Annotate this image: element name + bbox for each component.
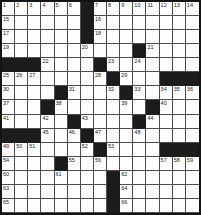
clue-number: 1 bbox=[3, 2, 6, 9]
grid-cell-r10c12[interactable] bbox=[146, 129, 159, 143]
grid-cell-r4c3[interactable] bbox=[28, 44, 41, 58]
grid-cell-r12c11[interactable] bbox=[133, 157, 146, 171]
black-square bbox=[28, 129, 41, 143]
clue-number: 15 bbox=[3, 16, 9, 23]
grid-cell-r15c3[interactable] bbox=[28, 199, 41, 213]
grid-cell-r11c3[interactable]: 51 bbox=[28, 143, 41, 157]
grid-cell-r6c3[interactable]: 27 bbox=[28, 72, 41, 86]
grid-cell-r10c5[interactable] bbox=[55, 129, 68, 143]
clue-number: 28 bbox=[95, 72, 101, 79]
clue-number: 37 bbox=[3, 100, 9, 107]
grid-cell-r14c3[interactable] bbox=[28, 185, 41, 199]
grid-cell-r1c8[interactable]: 7 bbox=[94, 2, 107, 16]
grid-cell-r3c13[interactable] bbox=[160, 30, 173, 44]
black-square bbox=[160, 143, 173, 157]
grid-cell-r6c6[interactable] bbox=[68, 72, 81, 86]
black-square bbox=[107, 199, 120, 213]
grid-cell-r9c13[interactable] bbox=[160, 115, 173, 129]
grid-cell-r3c5[interactable] bbox=[55, 30, 68, 44]
grid-cell-r9c9[interactable] bbox=[107, 115, 120, 129]
grid-cell-r2c10[interactable] bbox=[120, 16, 133, 30]
clue-number: 48 bbox=[134, 129, 140, 136]
grid-cell-r2c15[interactable] bbox=[186, 16, 199, 30]
black-square bbox=[173, 72, 186, 86]
clue-number: 7 bbox=[95, 2, 98, 9]
grid-cell-r7c7[interactable] bbox=[81, 86, 94, 100]
clue-number: 32 bbox=[108, 86, 114, 93]
grid-cell-r7c8[interactable] bbox=[94, 86, 107, 100]
clue-number: 18 bbox=[95, 30, 101, 37]
clue-number: 46 bbox=[69, 129, 75, 136]
grid-cell-r3c14[interactable] bbox=[173, 30, 186, 44]
grid-cell-r11c5[interactable] bbox=[55, 143, 68, 157]
grid-cell-r4c7[interactable]: 20 bbox=[81, 44, 94, 58]
grid-cell-r3c11[interactable] bbox=[133, 30, 146, 44]
grid-cell-r4c12[interactable]: 21 bbox=[146, 44, 159, 58]
grid-cell-r4c14[interactable] bbox=[173, 44, 186, 58]
clue-number: 64 bbox=[121, 185, 127, 192]
clue-number: 50 bbox=[16, 143, 22, 150]
clue-number: 30 bbox=[3, 86, 9, 93]
grid-cell-r10c11[interactable]: 48 bbox=[133, 129, 146, 143]
black-square bbox=[2, 129, 15, 143]
grid-cell-r7c4[interactable] bbox=[41, 86, 54, 100]
grid-cell-r7c2[interactable] bbox=[15, 86, 28, 100]
grid-cell-r8c14[interactable] bbox=[173, 100, 186, 114]
clue-number: 21 bbox=[147, 44, 153, 51]
black-square bbox=[94, 58, 107, 72]
grid-cell-r12c7[interactable] bbox=[81, 157, 94, 171]
grid-cell-r10c15[interactable] bbox=[186, 129, 199, 143]
grid-cell-r7c13[interactable]: 34 bbox=[160, 86, 173, 100]
clue-number: 9 bbox=[121, 2, 124, 9]
grid-cell-r1c9[interactable]: 8 bbox=[107, 2, 120, 16]
grid-cell-r3c8[interactable]: 18 bbox=[94, 30, 107, 44]
grid-cell-r9c5[interactable] bbox=[55, 115, 68, 129]
grid-cell-r12c3[interactable] bbox=[28, 157, 41, 171]
grid-cell-r12c8[interactable]: 56 bbox=[94, 157, 107, 171]
grid-cell-r1c11[interactable]: 10 bbox=[133, 2, 146, 16]
crossword-puzzle: 1234567891011121314151617181920212223242… bbox=[0, 0, 201, 215]
clue-number: 59 bbox=[187, 157, 193, 164]
clue-number: 56 bbox=[95, 157, 101, 164]
clue-number: 44 bbox=[147, 115, 153, 122]
clue-number: 12 bbox=[161, 2, 167, 9]
grid-cell-r4c10[interactable] bbox=[120, 44, 133, 58]
grid-cell-r4c13[interactable] bbox=[160, 44, 173, 58]
grid-cell-r15c5[interactable] bbox=[55, 199, 68, 213]
grid-cell-r6c12[interactable] bbox=[146, 72, 159, 86]
grid-cell-r1c10[interactable]: 9 bbox=[120, 2, 133, 16]
grid-cell-r9c2[interactable] bbox=[15, 115, 28, 129]
clue-number: 14 bbox=[187, 2, 193, 9]
clue-number: 60 bbox=[3, 171, 9, 178]
clue-number: 11 bbox=[147, 2, 153, 9]
grid-cell-r10c9[interactable] bbox=[107, 129, 120, 143]
grid-cell-r11c10[interactable] bbox=[120, 143, 133, 157]
grid-cell-r2c4[interactable] bbox=[41, 16, 54, 30]
grid-cell-r13c1[interactable]: 60 bbox=[2, 171, 15, 185]
grid-cell-r3c15[interactable] bbox=[186, 30, 199, 44]
grid-cell-r2c6[interactable] bbox=[68, 16, 81, 30]
grid-cell-r6c1[interactable]: 25 bbox=[2, 72, 15, 86]
grid-cell-r11c2[interactable]: 50 bbox=[15, 143, 28, 157]
clue-number: 38 bbox=[56, 100, 62, 107]
grid-cell-r11c6[interactable] bbox=[68, 143, 81, 157]
black-square bbox=[186, 72, 199, 86]
grid-cell-r3c12[interactable] bbox=[146, 30, 159, 44]
grid-cell-r6c7[interactable] bbox=[81, 72, 94, 86]
grid-cell-r14c11[interactable] bbox=[133, 185, 146, 199]
grid-cell-r7c3[interactable] bbox=[28, 86, 41, 100]
grid-cell-r5c15[interactable] bbox=[186, 58, 199, 72]
clue-number: 40 bbox=[161, 100, 167, 107]
clue-number: 35 bbox=[174, 86, 180, 93]
grid-cell-r11c7[interactable]: 52 bbox=[81, 143, 94, 157]
grid-cell-r4c2[interactable] bbox=[15, 44, 28, 58]
grid-cell-r2c5[interactable] bbox=[55, 16, 68, 30]
black-square bbox=[133, 115, 146, 129]
grid-cell-r13c2[interactable] bbox=[15, 171, 28, 185]
black-square bbox=[81, 30, 94, 44]
grid-cell-r8c9[interactable] bbox=[107, 100, 120, 114]
black-square bbox=[133, 44, 146, 58]
clue-number: 31 bbox=[69, 86, 75, 93]
clue-number: 34 bbox=[161, 86, 167, 93]
grid-cell-r8c8[interactable] bbox=[94, 100, 107, 114]
grid-cell-r13c14[interactable] bbox=[173, 171, 186, 185]
grid-cell-r3c6[interactable] bbox=[68, 30, 81, 44]
grid-cell-r11c9[interactable]: 53 bbox=[107, 143, 120, 157]
grid-cell-r11c1[interactable]: 49 bbox=[2, 143, 15, 157]
grid-cell-r11c12[interactable] bbox=[146, 143, 159, 157]
grid-cell-r15c6[interactable] bbox=[68, 199, 81, 213]
grid-cell-r6c8[interactable]: 28 bbox=[94, 72, 107, 86]
clue-number: 16 bbox=[95, 16, 101, 23]
grid-cell-r15c8[interactable] bbox=[94, 199, 107, 213]
grid-cell-r6c4[interactable] bbox=[41, 72, 54, 86]
grid-cell-r14c4[interactable] bbox=[41, 185, 54, 199]
grid-cell-r13c11[interactable] bbox=[133, 171, 146, 185]
clue-number: 54 bbox=[3, 157, 9, 164]
grid-cell-r14c7[interactable] bbox=[81, 185, 94, 199]
grid-cell-r15c10[interactable]: 66 bbox=[120, 199, 133, 213]
grid-cell-r5c12[interactable] bbox=[146, 58, 159, 72]
black-square bbox=[2, 58, 15, 72]
clue-number: 65 bbox=[3, 199, 9, 206]
grid-cell-r1c15[interactable]: 14 bbox=[186, 2, 199, 16]
grid-cell-r8c1[interactable]: 37 bbox=[2, 100, 15, 114]
grid-cell-r13c4[interactable] bbox=[41, 171, 54, 185]
grid-cell-r12c4[interactable] bbox=[41, 157, 54, 171]
grid-cell-r1c4[interactable]: 4 bbox=[41, 2, 54, 16]
grid-cell-r2c11[interactable] bbox=[133, 16, 146, 30]
grid-cell-r10c6[interactable]: 46 bbox=[68, 129, 81, 143]
crossword-grid: 1234567891011121314151617181920212223242… bbox=[0, 0, 201, 215]
grid-cell-r15c13[interactable] bbox=[160, 199, 173, 213]
grid-cell-r12c9[interactable] bbox=[107, 157, 120, 171]
grid-cell-r2c8[interactable]: 16 bbox=[94, 16, 107, 30]
grid-cell-r15c11[interactable] bbox=[133, 199, 146, 213]
black-square bbox=[55, 86, 68, 100]
grid-cell-r9c12[interactable]: 44 bbox=[146, 115, 159, 129]
grid-cell-r2c13[interactable] bbox=[160, 16, 173, 30]
grid-cell-r14c8[interactable] bbox=[94, 185, 107, 199]
grid-cell-r12c2[interactable] bbox=[15, 157, 28, 171]
grid-cell-r5c14[interactable] bbox=[173, 58, 186, 72]
grid-cell-r3c10[interactable] bbox=[120, 30, 133, 44]
grid-cell-r13c7[interactable] bbox=[81, 171, 94, 185]
clue-number: 20 bbox=[82, 44, 88, 51]
grid-cell-r15c1[interactable]: 65 bbox=[2, 199, 15, 213]
clue-number: 55 bbox=[69, 157, 75, 164]
clue-number: 43 bbox=[82, 115, 88, 122]
grid-cell-r9c14[interactable] bbox=[173, 115, 186, 129]
grid-cell-r8c13[interactable]: 40 bbox=[160, 100, 173, 114]
clue-number: 10 bbox=[134, 2, 140, 9]
grid-cell-r1c12[interactable]: 11 bbox=[146, 2, 159, 16]
grid-cell-r2c12[interactable] bbox=[146, 16, 159, 30]
grid-cell-r1c14[interactable]: 13 bbox=[173, 2, 186, 16]
black-square bbox=[120, 86, 133, 100]
grid-cell-r8c10[interactable]: 39 bbox=[120, 100, 133, 114]
grid-cell-r2c3[interactable] bbox=[28, 16, 41, 30]
grid-cell-r3c9[interactable] bbox=[107, 30, 120, 44]
clue-number: 49 bbox=[3, 143, 9, 150]
grid-cell-r1c6[interactable]: 6 bbox=[68, 2, 81, 16]
grid-cell-r2c14[interactable] bbox=[173, 16, 186, 30]
grid-cell-r8c3[interactable] bbox=[28, 100, 41, 114]
grid-cell-r8c5[interactable]: 38 bbox=[55, 100, 68, 114]
grid-cell-r9c10[interactable] bbox=[120, 115, 133, 129]
grid-cell-r14c15[interactable] bbox=[186, 185, 199, 199]
grid-cell-r5c7[interactable] bbox=[81, 58, 94, 72]
grid-cell-r14c2[interactable] bbox=[15, 185, 28, 199]
grid-cell-r3c1[interactable]: 17 bbox=[2, 30, 15, 44]
clue-number: 2 bbox=[16, 2, 19, 9]
clue-number: 62 bbox=[121, 171, 127, 178]
grid-cell-r8c2[interactable] bbox=[15, 100, 28, 114]
grid-cell-r3c4[interactable] bbox=[41, 30, 54, 44]
grid-cell-r2c2[interactable] bbox=[15, 16, 28, 30]
grid-cell-r6c2[interactable]: 26 bbox=[15, 72, 28, 86]
grid-cell-r13c10[interactable]: 62 bbox=[120, 171, 133, 185]
grid-cell-r1c13[interactable]: 12 bbox=[160, 2, 173, 16]
clue-number: 6 bbox=[69, 2, 72, 9]
grid-cell-r12c12[interactable] bbox=[146, 157, 159, 171]
clue-number: 58 bbox=[174, 157, 180, 164]
grid-cell-r9c4[interactable]: 42 bbox=[41, 115, 54, 129]
grid-cell-r9c3[interactable] bbox=[28, 115, 41, 129]
clue-number: 47 bbox=[95, 129, 101, 136]
black-square bbox=[173, 143, 186, 157]
clue-number: 17 bbox=[3, 30, 9, 37]
grid-cell-r4c6[interactable] bbox=[68, 44, 81, 58]
grid-cell-r13c3[interactable] bbox=[28, 171, 41, 185]
black-square bbox=[81, 2, 94, 16]
grid-cell-r15c4[interactable] bbox=[41, 199, 54, 213]
grid-cell-r13c15[interactable] bbox=[186, 171, 199, 185]
clue-number: 42 bbox=[42, 115, 48, 122]
grid-cell-r7c14[interactable]: 35 bbox=[173, 86, 186, 100]
grid-cell-r10c13[interactable] bbox=[160, 129, 173, 143]
clue-number: 3 bbox=[29, 2, 32, 9]
clue-number: 27 bbox=[29, 72, 35, 79]
grid-cell-r9c15[interactable] bbox=[186, 115, 199, 129]
black-square bbox=[81, 16, 94, 30]
grid-cell-r5c10[interactable] bbox=[120, 58, 133, 72]
clue-number: 26 bbox=[16, 72, 22, 79]
grid-cell-r7c6[interactable]: 31 bbox=[68, 86, 81, 100]
grid-cell-r14c14[interactable] bbox=[173, 185, 186, 199]
clue-number: 23 bbox=[108, 58, 114, 65]
grid-cell-r5c13[interactable] bbox=[160, 58, 173, 72]
clue-number: 8 bbox=[108, 2, 111, 9]
clue-number: 13 bbox=[174, 2, 180, 9]
black-square bbox=[146, 100, 159, 114]
grid-cell-r4c1[interactable]: 19 bbox=[2, 44, 15, 58]
black-square bbox=[15, 58, 28, 72]
grid-cell-r8c6[interactable] bbox=[68, 100, 81, 114]
clue-number: 45 bbox=[42, 129, 48, 136]
grid-cell-r8c15[interactable] bbox=[186, 100, 199, 114]
grid-cell-r15c12[interactable] bbox=[146, 199, 159, 213]
grid-cell-r15c14[interactable] bbox=[173, 199, 186, 213]
grid-cell-r8c11[interactable] bbox=[133, 100, 146, 114]
clue-number: 29 bbox=[121, 72, 127, 79]
grid-cell-r12c13[interactable]: 57 bbox=[160, 157, 173, 171]
grid-cell-r14c6[interactable] bbox=[68, 185, 81, 199]
grid-cell-r7c9[interactable]: 32 bbox=[107, 86, 120, 100]
clue-number: 41 bbox=[3, 115, 9, 122]
clue-number: 33 bbox=[134, 86, 140, 93]
clue-number: 19 bbox=[3, 44, 9, 51]
clue-number: 39 bbox=[121, 100, 127, 107]
grid-cell-r11c4[interactable] bbox=[41, 143, 54, 157]
clue-number: 63 bbox=[3, 185, 9, 192]
grid-cell-r13c6[interactable] bbox=[68, 171, 81, 185]
grid-cell-r9c8[interactable] bbox=[94, 115, 107, 129]
grid-cell-r1c2[interactable]: 2 bbox=[15, 2, 28, 16]
grid-cell-r13c8[interactable] bbox=[94, 171, 107, 185]
grid-cell-r4c4[interactable] bbox=[41, 44, 54, 58]
grid-cell-r7c15[interactable]: 36 bbox=[186, 86, 199, 100]
grid-cell-r7c1[interactable]: 30 bbox=[2, 86, 15, 100]
grid-cell-r12c6[interactable]: 55 bbox=[68, 157, 81, 171]
grid-cell-r5c6[interactable] bbox=[68, 58, 81, 72]
grid-cell-r10c14[interactable] bbox=[173, 129, 186, 143]
grid-cell-r10c4[interactable]: 45 bbox=[41, 129, 54, 143]
grid-cell-r5c5[interactable] bbox=[55, 58, 68, 72]
black-square bbox=[160, 72, 173, 86]
black-square bbox=[68, 115, 81, 129]
clue-number: 36 bbox=[187, 86, 193, 93]
clue-number: 22 bbox=[42, 58, 48, 65]
grid-cell-r12c10[interactable] bbox=[120, 157, 133, 171]
grid-cell-r4c9[interactable] bbox=[107, 44, 120, 58]
grid-cell-r14c13[interactable] bbox=[160, 185, 173, 199]
grid-cell-r12c14[interactable]: 58 bbox=[173, 157, 186, 171]
grid-cell-r13c12[interactable] bbox=[146, 171, 159, 185]
grid-cell-r7c12[interactable] bbox=[146, 86, 159, 100]
grid-cell-r15c2[interactable] bbox=[15, 199, 28, 213]
grid-cell-r8c7[interactable] bbox=[81, 100, 94, 114]
grid-cell-r1c5[interactable]: 5 bbox=[55, 2, 68, 16]
grid-cell-r14c1[interactable]: 63 bbox=[2, 185, 15, 199]
grid-cell-r2c9[interactable] bbox=[107, 16, 120, 30]
clue-number: 5 bbox=[56, 2, 59, 9]
grid-cell-r14c12[interactable] bbox=[146, 185, 159, 199]
grid-cell-r6c10[interactable]: 29 bbox=[120, 72, 133, 86]
grid-cell-r1c1[interactable]: 1 bbox=[2, 2, 15, 16]
grid-cell-r4c15[interactable] bbox=[186, 44, 199, 58]
grid-cell-r15c15[interactable] bbox=[186, 199, 199, 213]
grid-cell-r3c3[interactable] bbox=[28, 30, 41, 44]
black-square bbox=[107, 185, 120, 199]
black-square bbox=[41, 100, 54, 114]
clue-number: 4 bbox=[42, 2, 45, 9]
grid-cell-r2c1[interactable]: 15 bbox=[2, 16, 15, 30]
grid-cell-r11c11[interactable] bbox=[133, 143, 146, 157]
grid-cell-r13c13[interactable] bbox=[160, 171, 173, 185]
grid-cell-r3c2[interactable] bbox=[15, 30, 28, 44]
grid-cell-r14c5[interactable] bbox=[55, 185, 68, 199]
grid-cell-r15c7[interactable] bbox=[81, 199, 94, 213]
clue-number: 51 bbox=[29, 143, 35, 150]
clue-number: 52 bbox=[82, 143, 88, 150]
grid-cell-r4c8[interactable] bbox=[94, 44, 107, 58]
grid-cell-r6c11[interactable] bbox=[133, 72, 146, 86]
clue-number: 66 bbox=[121, 199, 127, 206]
black-square bbox=[15, 129, 28, 143]
grid-cell-r7c11[interactable]: 33 bbox=[133, 86, 146, 100]
grid-cell-r5c9[interactable]: 23 bbox=[107, 58, 120, 72]
black-square bbox=[94, 143, 107, 157]
clue-number: 57 bbox=[161, 157, 167, 164]
grid-cell-r9c7[interactable]: 43 bbox=[81, 115, 94, 129]
grid-cell-r9c1[interactable]: 41 bbox=[2, 115, 15, 129]
grid-cell-r4c5[interactable] bbox=[55, 44, 68, 58]
clue-number: 25 bbox=[3, 72, 9, 79]
grid-cell-r12c15[interactable]: 59 bbox=[186, 157, 199, 171]
black-square bbox=[107, 72, 120, 86]
grid-cell-r13c5[interactable]: 61 bbox=[55, 171, 68, 185]
black-square bbox=[186, 143, 199, 157]
grid-cell-r6c5[interactable] bbox=[55, 72, 68, 86]
clue-number: 24 bbox=[134, 58, 140, 65]
black-square bbox=[55, 157, 68, 171]
black-square bbox=[107, 171, 120, 185]
black-square bbox=[28, 58, 41, 72]
grid-cell-r5c4[interactable]: 22 bbox=[41, 58, 54, 72]
grid-cell-r14c10[interactable]: 64 bbox=[120, 185, 133, 199]
grid-cell-r12c1[interactable]: 54 bbox=[2, 157, 15, 171]
clue-number: 61 bbox=[56, 171, 62, 178]
grid-cell-r10c8[interactable]: 47 bbox=[94, 129, 107, 143]
clue-number: 53 bbox=[108, 143, 114, 150]
grid-cell-r10c10[interactable] bbox=[120, 129, 133, 143]
grid-cell-r5c11[interactable]: 24 bbox=[133, 58, 146, 72]
grid-cell-r1c3[interactable]: 3 bbox=[28, 2, 41, 16]
black-square bbox=[81, 129, 94, 143]
